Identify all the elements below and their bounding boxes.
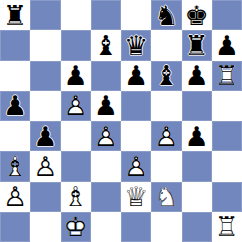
white-knight-piece[interactable]: ♘ <box>154 183 178 210</box>
square-e1[interactable] <box>121 212 151 242</box>
black-pawn-piece[interactable]: ♟ <box>215 32 239 59</box>
square-e7[interactable]: ♛ <box>121 30 151 60</box>
square-g7[interactable]: ♜ <box>182 30 212 60</box>
square-g3[interactable] <box>182 151 212 181</box>
black-pawn-piece[interactable]: ♟ <box>3 92 27 119</box>
square-h4[interactable] <box>212 121 242 151</box>
white-rook-piece[interactable]: ♖ <box>215 62 239 89</box>
square-a6[interactable] <box>0 61 30 91</box>
square-c7[interactable] <box>61 30 91 60</box>
white-pawn-piece[interactable]: ♙ <box>64 92 88 119</box>
square-b2[interactable] <box>30 182 60 212</box>
chess-board-container: ♜♞♚♝♛♜♟♟♟♝♟♖♟♙♟♟♙♙♟♗♙♙♙♗♕♘♔♖ <box>0 0 242 242</box>
square-f7[interactable] <box>151 30 181 60</box>
square-a1[interactable] <box>0 212 30 242</box>
square-e8[interactable] <box>121 0 151 30</box>
square-b5[interactable] <box>30 91 60 121</box>
square-d7[interactable]: ♝ <box>91 30 121 60</box>
square-d8[interactable] <box>91 0 121 30</box>
black-queen-piece[interactable]: ♛ <box>124 32 148 59</box>
square-d2[interactable] <box>91 182 121 212</box>
square-a4[interactable] <box>0 121 30 151</box>
square-e3[interactable]: ♙ <box>121 151 151 181</box>
square-c8[interactable] <box>61 0 91 30</box>
square-b1[interactable] <box>30 212 60 242</box>
square-f2[interactable]: ♘ <box>151 182 181 212</box>
white-pawn-piece[interactable]: ♙ <box>33 153 57 180</box>
square-e5[interactable] <box>121 91 151 121</box>
square-c5[interactable]: ♙ <box>61 91 91 121</box>
square-a8[interactable]: ♜ <box>0 0 30 30</box>
square-b3[interactable]: ♙ <box>30 151 60 181</box>
square-d5[interactable]: ♟ <box>91 91 121 121</box>
square-h1[interactable]: ♖ <box>212 212 242 242</box>
white-pawn-piece[interactable]: ♙ <box>3 183 27 210</box>
square-f6[interactable]: ♝ <box>151 61 181 91</box>
square-d6[interactable] <box>91 61 121 91</box>
black-pawn-piece[interactable]: ♟ <box>185 123 209 150</box>
square-b7[interactable] <box>30 30 60 60</box>
square-g1[interactable] <box>182 212 212 242</box>
square-g5[interactable] <box>182 91 212 121</box>
black-bishop-piece[interactable]: ♝ <box>154 62 178 89</box>
white-king-piece[interactable]: ♔ <box>64 213 88 240</box>
square-e6[interactable]: ♟ <box>121 61 151 91</box>
square-c2[interactable]: ♗ <box>61 182 91 212</box>
white-bishop-piece[interactable]: ♗ <box>3 153 27 180</box>
black-king-piece[interactable]: ♚ <box>185 2 209 29</box>
square-h6[interactable]: ♖ <box>212 61 242 91</box>
square-e4[interactable] <box>121 121 151 151</box>
square-f1[interactable] <box>151 212 181 242</box>
square-c6[interactable]: ♟ <box>61 61 91 91</box>
white-pawn-piece[interactable]: ♙ <box>94 123 118 150</box>
square-c3[interactable] <box>61 151 91 181</box>
square-g2[interactable] <box>182 182 212 212</box>
square-a3[interactable]: ♗ <box>0 151 30 181</box>
square-f8[interactable]: ♞ <box>151 0 181 30</box>
square-e2[interactable]: ♕ <box>121 182 151 212</box>
square-b6[interactable] <box>30 61 60 91</box>
black-bishop-piece[interactable]: ♝ <box>94 32 118 59</box>
square-h7[interactable]: ♟ <box>212 30 242 60</box>
black-pawn-piece[interactable]: ♟ <box>94 92 118 119</box>
square-d3[interactable] <box>91 151 121 181</box>
black-pawn-piece[interactable]: ♟ <box>124 62 148 89</box>
black-pawn-piece[interactable]: ♟ <box>33 123 57 150</box>
square-f3[interactable] <box>151 151 181 181</box>
square-h8[interactable] <box>212 0 242 30</box>
square-g6[interactable]: ♟ <box>182 61 212 91</box>
black-rook-piece[interactable]: ♜ <box>185 32 209 59</box>
black-rook-piece[interactable]: ♜ <box>3 2 27 29</box>
square-g8[interactable]: ♚ <box>182 0 212 30</box>
white-pawn-piece[interactable]: ♙ <box>124 153 148 180</box>
square-g4[interactable]: ♟ <box>182 121 212 151</box>
black-knight-piece[interactable]: ♞ <box>154 2 178 29</box>
white-queen-piece[interactable]: ♕ <box>124 183 148 210</box>
square-a7[interactable] <box>0 30 30 60</box>
square-h5[interactable] <box>212 91 242 121</box>
square-h2[interactable] <box>212 182 242 212</box>
square-a5[interactable]: ♟ <box>0 91 30 121</box>
square-a2[interactable]: ♙ <box>0 182 30 212</box>
square-c1[interactable]: ♔ <box>61 212 91 242</box>
black-pawn-piece[interactable]: ♟ <box>64 62 88 89</box>
chess-board: ♜♞♚♝♛♜♟♟♟♝♟♖♟♙♟♟♙♙♟♗♙♙♙♗♕♘♔♖ <box>0 0 242 242</box>
square-d4[interactable]: ♙ <box>91 121 121 151</box>
square-c4[interactable] <box>61 121 91 151</box>
white-rook-piece[interactable]: ♖ <box>215 213 239 240</box>
square-h3[interactable] <box>212 151 242 181</box>
square-d1[interactable] <box>91 212 121 242</box>
square-f4[interactable]: ♙ <box>151 121 181 151</box>
square-f5[interactable] <box>151 91 181 121</box>
square-b8[interactable] <box>30 0 60 30</box>
black-pawn-piece[interactable]: ♟ <box>185 62 209 89</box>
white-bishop-piece[interactable]: ♗ <box>64 183 88 210</box>
square-b4[interactable]: ♟ <box>30 121 60 151</box>
white-pawn-piece[interactable]: ♙ <box>154 123 178 150</box>
